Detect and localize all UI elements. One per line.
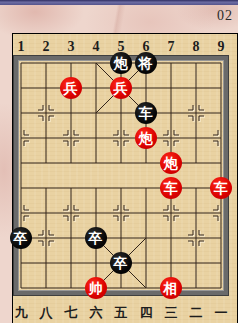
board-cell-9-4[interactable] — [208, 150, 233, 175]
board-cell-9-3[interactable] — [208, 125, 233, 150]
board-cell-6-7[interactable] — [133, 225, 158, 250]
board-cell-8-0[interactable] — [183, 50, 208, 75]
board-cell-2-3[interactable] — [33, 125, 58, 150]
board-cell-1-9[interactable] — [8, 275, 33, 300]
board-cell-7-5[interactable]: 车 — [158, 175, 183, 200]
board-cell-7-0[interactable] — [158, 50, 183, 75]
board-cell-2-7[interactable] — [33, 225, 58, 250]
board-cell-8-2[interactable] — [183, 100, 208, 125]
piece-black-soldier[interactable]: 卒 — [85, 227, 107, 249]
board-cell-7-6[interactable] — [158, 200, 183, 225]
board-cell-6-5[interactable] — [133, 175, 158, 200]
board-cell-6-1[interactable] — [133, 75, 158, 100]
board-cell-9-9[interactable] — [208, 275, 233, 300]
board-cell-4-4[interactable] — [83, 150, 108, 175]
board-cell-6-2[interactable]: 车 — [133, 100, 158, 125]
board-cell-4-6[interactable] — [83, 200, 108, 225]
board-cell-5-2[interactable] — [108, 100, 133, 125]
row-label-1: 九 — [15, 304, 28, 322]
row-label-8: 二 — [190, 304, 203, 322]
board-cell-8-1[interactable] — [183, 75, 208, 100]
board-cell-5-3[interactable] — [108, 125, 133, 150]
board-cell-3-7[interactable] — [58, 225, 83, 250]
board-cell-8-6[interactable] — [183, 200, 208, 225]
board-cell-6-4[interactable] — [133, 150, 158, 175]
board-cell-3-2[interactable] — [58, 100, 83, 125]
board-cell-1-4[interactable] — [8, 150, 33, 175]
board-cell-2-2[interactable] — [33, 100, 58, 125]
board-cell-1-5[interactable] — [8, 175, 33, 200]
board-cell-3-0[interactable] — [58, 50, 83, 75]
board-cell-4-9[interactable]: 帅 — [83, 275, 108, 300]
piece-black-soldier[interactable]: 卒 — [10, 227, 32, 249]
piece-red-cannon[interactable]: 炮 — [160, 152, 182, 174]
board-cell-2-6[interactable] — [33, 200, 58, 225]
board-cell-3-5[interactable] — [58, 175, 83, 200]
piece-black-chariot[interactable]: 车 — [135, 102, 157, 124]
row-label-7: 三 — [165, 304, 178, 322]
board-cell-1-7[interactable]: 卒 — [8, 225, 33, 250]
row-label-5: 五 — [115, 304, 128, 322]
board-cell-2-0[interactable] — [33, 50, 58, 75]
board-cell-2-4[interactable] — [33, 150, 58, 175]
board-cell-1-3[interactable] — [8, 125, 33, 150]
board-cell-2-5[interactable] — [33, 175, 58, 200]
piece-red-general[interactable]: 帅 — [85, 277, 107, 299]
app-window: 02 123456789 九八七六五四三二一 炮将兵兵车炮炮车车卒卒卒帅相 — [0, 0, 238, 323]
board-cell-5-9[interactable] — [108, 275, 133, 300]
piece-red-soldier[interactable]: 兵 — [60, 77, 82, 99]
board-cell-8-8[interactable] — [183, 250, 208, 275]
board-cell-8-5[interactable] — [183, 175, 208, 200]
board-cell-1-1[interactable] — [8, 75, 33, 100]
board-cell-7-4[interactable]: 炮 — [158, 150, 183, 175]
board-cell-5-6[interactable] — [108, 200, 133, 225]
board-cell-4-5[interactable] — [83, 175, 108, 200]
row-label-9: 一 — [215, 304, 228, 322]
board-cell-3-3[interactable] — [58, 125, 83, 150]
board-cell-1-0[interactable] — [8, 50, 33, 75]
row-label-2: 八 — [40, 304, 53, 322]
board-cell-9-5[interactable]: 车 — [208, 175, 233, 200]
board-cell-3-4[interactable] — [58, 150, 83, 175]
board-cell-6-8[interactable] — [133, 250, 158, 275]
board-cell-9-1[interactable] — [208, 75, 233, 100]
board-cell-8-9[interactable] — [183, 275, 208, 300]
board-cell-2-8[interactable] — [33, 250, 58, 275]
board-cell-4-3[interactable] — [83, 125, 108, 150]
piece-black-soldier[interactable]: 卒 — [110, 252, 132, 274]
board-cell-3-9[interactable] — [58, 275, 83, 300]
board-cell-9-8[interactable] — [208, 250, 233, 275]
board-cell-8-4[interactable] — [183, 150, 208, 175]
piece-black-general[interactable]: 将 — [135, 52, 157, 74]
row-label-4: 六 — [90, 304, 103, 322]
board-cell-6-3[interactable]: 炮 — [133, 125, 158, 150]
board-cell-5-0[interactable]: 炮 — [108, 50, 133, 75]
board-cell-9-0[interactable] — [208, 50, 233, 75]
board-cell-4-2[interactable] — [83, 100, 108, 125]
board-cells[interactable]: 炮将兵兵车炮炮车车卒卒卒帅相 — [8, 50, 233, 300]
board-cell-1-8[interactable] — [8, 250, 33, 275]
board-cell-9-6[interactable] — [208, 200, 233, 225]
board-cell-7-8[interactable] — [158, 250, 183, 275]
row-label-3: 七 — [65, 304, 78, 322]
board-cell-9-2[interactable] — [208, 100, 233, 125]
board-cell-6-6[interactable] — [133, 200, 158, 225]
board-cell-3-6[interactable] — [58, 200, 83, 225]
board-cell-1-6[interactable] — [8, 200, 33, 225]
board-cell-1-2[interactable] — [8, 100, 33, 125]
piece-black-cannon[interactable]: 炮 — [110, 52, 132, 74]
piece-red-chariot[interactable]: 车 — [210, 177, 232, 199]
board-cell-8-3[interactable] — [183, 125, 208, 150]
board-cell-5-5[interactable] — [108, 175, 133, 200]
board-cell-2-1[interactable] — [33, 75, 58, 100]
board-cell-5-8[interactable]: 卒 — [108, 250, 133, 275]
board-cell-7-9[interactable]: 相 — [158, 275, 183, 300]
board-cell-6-9[interactable] — [133, 275, 158, 300]
board-cell-7-1[interactable] — [158, 75, 183, 100]
board-cell-4-7[interactable]: 卒 — [83, 225, 108, 250]
board-cell-7-2[interactable] — [158, 100, 183, 125]
board-cell-5-4[interactable] — [108, 150, 133, 175]
piece-red-elephant[interactable]: 相 — [160, 277, 182, 299]
board-cell-8-7[interactable] — [183, 225, 208, 250]
board-cell-3-8[interactable] — [58, 250, 83, 275]
piece-red-cannon[interactable]: 炮 — [135, 127, 157, 149]
board-cell-9-7[interactable] — [208, 225, 233, 250]
board-cell-2-9[interactable] — [33, 275, 58, 300]
board-cell-5-1[interactable]: 兵 — [108, 75, 133, 100]
board-cell-4-0[interactable] — [83, 50, 108, 75]
board-cell-3-1[interactable]: 兵 — [58, 75, 83, 100]
board-cell-7-3[interactable] — [158, 125, 183, 150]
piece-red-chariot[interactable]: 车 — [160, 177, 182, 199]
board-cell-7-7[interactable] — [158, 225, 183, 250]
board-cell-5-7[interactable] — [108, 225, 133, 250]
board-cell-6-0[interactable]: 将 — [133, 50, 158, 75]
piece-red-soldier[interactable]: 兵 — [110, 77, 132, 99]
row-label-6: 四 — [140, 304, 153, 322]
board-cell-4-8[interactable] — [83, 250, 108, 275]
board-cell-4-1[interactable] — [83, 75, 108, 100]
